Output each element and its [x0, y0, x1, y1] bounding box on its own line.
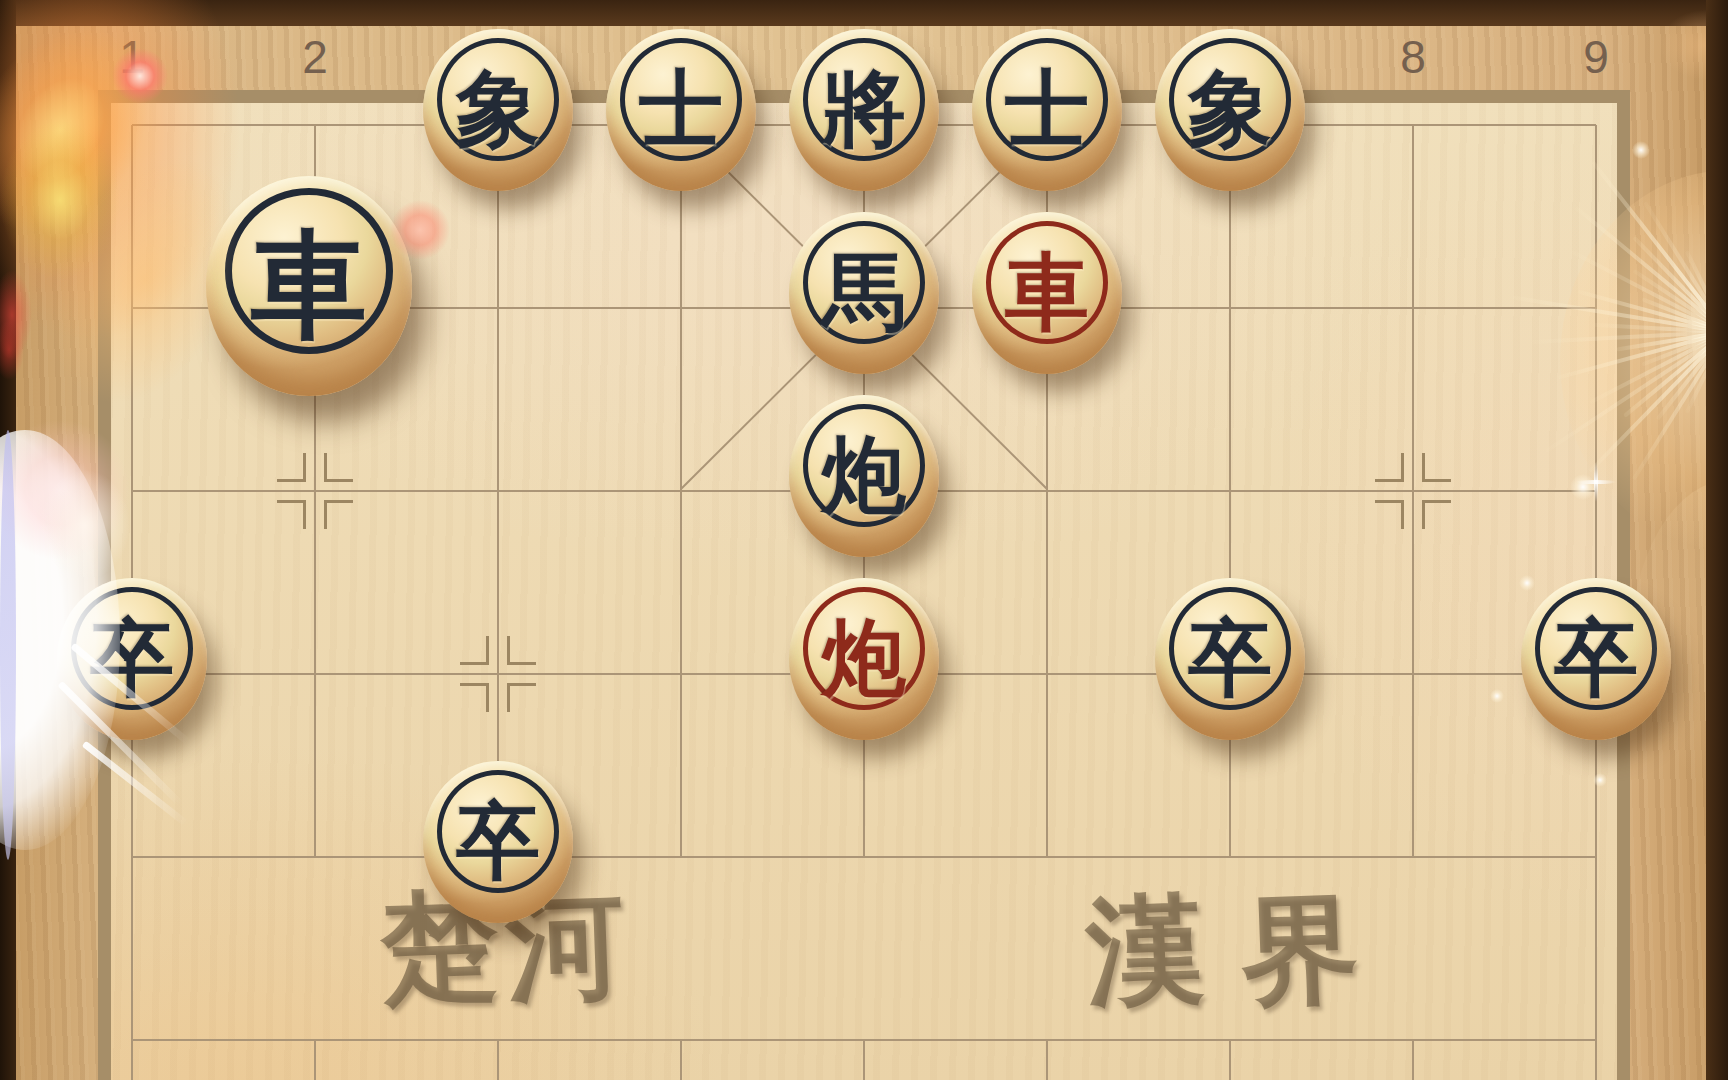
piece-red-chariot[interactable]: 車 — [972, 212, 1122, 374]
piece-character: 象 — [423, 53, 573, 167]
grid-line — [680, 1040, 682, 1080]
piece-black-horse[interactable]: 馬 — [789, 212, 939, 374]
background-top-strip — [0, 0, 1728, 26]
position-marker — [277, 453, 353, 529]
river-character: 界 — [1238, 870, 1362, 1034]
piece-black-elephant[interactable]: 象 — [423, 29, 573, 191]
grid-line — [1229, 1040, 1231, 1080]
piece-character: 炮 — [789, 419, 939, 533]
piece-character: 卒 — [423, 785, 573, 899]
grid-line — [497, 125, 499, 857]
piece-black-elephant[interactable]: 象 — [1155, 29, 1305, 191]
grid-line — [1229, 125, 1231, 857]
piece-character: 士 — [972, 53, 1122, 167]
piece-red-cannon[interactable]: 炮 — [789, 578, 939, 740]
piece-character: 車 — [972, 236, 1122, 350]
piece-black-chariot[interactable]: 車 — [206, 176, 412, 396]
grid-line — [497, 1040, 499, 1080]
piece-character: 卒 — [57, 602, 207, 716]
column-label-1: 1 — [119, 30, 145, 84]
grid-line — [680, 125, 682, 857]
column-label-9: 9 — [1583, 30, 1609, 84]
position-marker — [1375, 453, 1451, 529]
column-label-2: 2 — [302, 30, 328, 84]
piece-black-soldier[interactable]: 卒 — [57, 578, 207, 740]
grid-line — [863, 1040, 865, 1080]
piece-character: 卒 — [1155, 602, 1305, 716]
piece-character: 將 — [789, 53, 939, 167]
piece-black-soldier[interactable]: 卒 — [1521, 578, 1671, 740]
background-left-edge — [0, 0, 16, 1080]
piece-character: 象 — [1155, 53, 1305, 167]
xiangqi-board-screen: 123456789 楚河漢界 象士將士象車馬車炮卒炮卒卒卒 — [0, 0, 1728, 1080]
piece-character: 車 — [206, 208, 412, 364]
piece-black-soldier[interactable]: 卒 — [1155, 578, 1305, 740]
piece-character: 炮 — [789, 602, 939, 716]
piece-black-advisor[interactable]: 士 — [606, 29, 756, 191]
river-character: 漢 — [1083, 870, 1207, 1034]
piece-character: 馬 — [789, 236, 939, 350]
piece-black-general[interactable]: 將 — [789, 29, 939, 191]
grid-line — [1046, 1040, 1048, 1080]
column-label-8: 8 — [1400, 30, 1426, 84]
piece-black-cannon[interactable]: 炮 — [789, 395, 939, 557]
position-marker — [460, 636, 536, 712]
grid-line — [314, 1040, 316, 1080]
piece-black-soldier[interactable]: 卒 — [423, 761, 573, 923]
grid-line — [1412, 1040, 1414, 1080]
piece-character: 卒 — [1521, 602, 1671, 716]
piece-character: 士 — [606, 53, 756, 167]
background-right-edge — [1706, 0, 1728, 1080]
piece-black-advisor[interactable]: 士 — [972, 29, 1122, 191]
